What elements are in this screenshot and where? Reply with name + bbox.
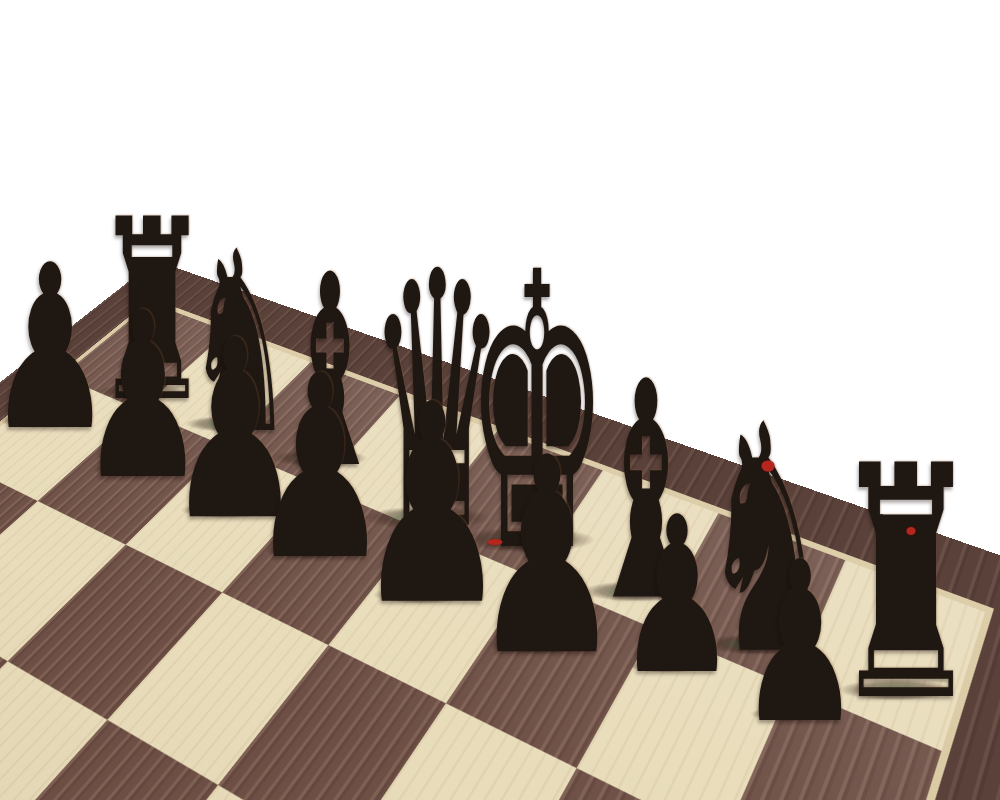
chess-set-product-photo: ♜♟♞♝♟♟♛♚♟♝♟♞♟♟♜♟ (0, 0, 1000, 800)
red-stamp-queen-base (488, 539, 503, 545)
pieces-layer: ♜♟♞♝♟♟♛♚♟♝♟♞♟♟♜♟ (0, 0, 1000, 800)
piece-black-pawn-h7[interactable]: ♟ (738, 532, 861, 754)
piece-black-pawn-g7[interactable]: ♟ (617, 489, 737, 705)
red-stamp-knight-g8 (762, 461, 775, 472)
piece-black-pawn-f7[interactable]: ♟ (472, 422, 623, 693)
red-stamp-rook-h8 (907, 527, 916, 535)
